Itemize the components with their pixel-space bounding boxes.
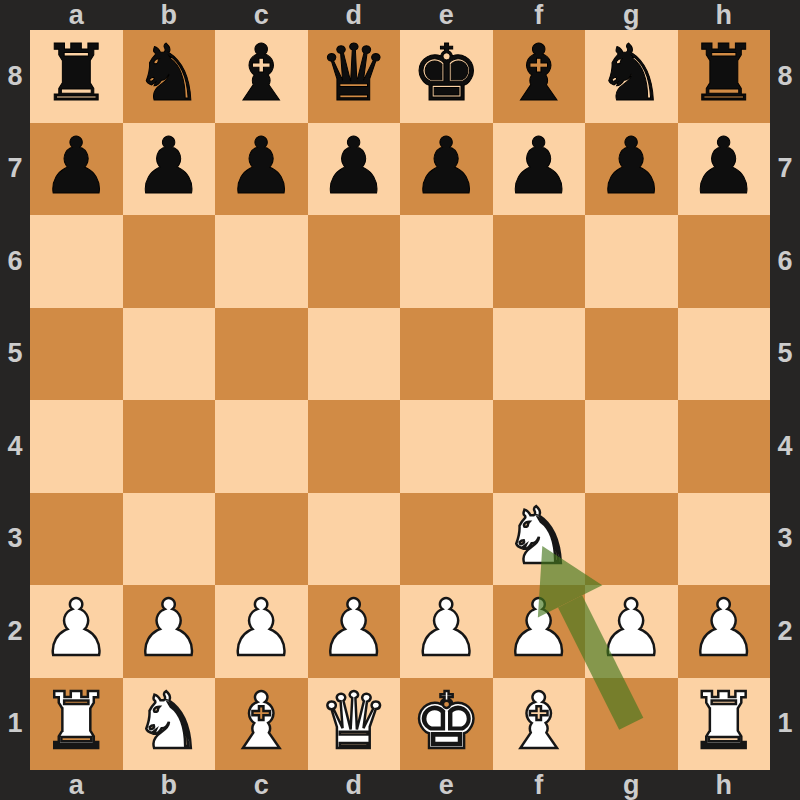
square-d2[interactable]: ♟ <box>308 585 401 678</box>
square-e3[interactable] <box>400 493 493 586</box>
square-g2[interactable]: ♟ <box>585 585 678 678</box>
square-h8[interactable]: ♜ <box>678 30 771 123</box>
square-a4[interactable] <box>30 400 123 493</box>
rank-label-8: 8 <box>770 30 800 123</box>
piece-white-queen[interactable]: ♛ <box>319 675 389 768</box>
rank-label-1: 1 <box>770 678 800 771</box>
square-a1[interactable]: ♜ <box>30 678 123 771</box>
file-label-d: d <box>308 0 401 30</box>
piece-black-pawn[interactable]: ♟ <box>134 120 204 213</box>
piece-black-pawn[interactable]: ♟ <box>319 120 389 213</box>
piece-white-knight[interactable]: ♞ <box>134 675 204 768</box>
square-f3[interactable]: ♞ <box>493 493 586 586</box>
piece-black-rook[interactable]: ♜ <box>41 27 111 120</box>
square-b4[interactable] <box>123 400 216 493</box>
rank-label-5: 5 <box>0 308 30 401</box>
square-f2[interactable]: ♟ <box>493 585 586 678</box>
file-label-b: b <box>123 0 216 30</box>
file-labels-bottom: abcdefgh <box>30 770 770 800</box>
square-b7[interactable]: ♟ <box>123 123 216 216</box>
square-a8[interactable]: ♜ <box>30 30 123 123</box>
piece-white-pawn[interactable]: ♟ <box>319 582 389 675</box>
file-label-a: a <box>30 0 123 30</box>
square-c1[interactable]: ♝ <box>215 678 308 771</box>
square-e1[interactable]: ♚ <box>400 678 493 771</box>
piece-white-bishop[interactable]: ♝ <box>504 675 574 768</box>
file-label-c: c <box>215 770 308 800</box>
file-label-g: g <box>585 0 678 30</box>
piece-black-pawn[interactable]: ♟ <box>226 120 296 213</box>
square-d8[interactable]: ♛ <box>308 30 401 123</box>
square-g4[interactable] <box>585 400 678 493</box>
square-a2[interactable]: ♟ <box>30 585 123 678</box>
piece-black-king[interactable]: ♚ <box>411 27 481 120</box>
square-h2[interactable]: ♟ <box>678 585 771 678</box>
piece-white-pawn[interactable]: ♟ <box>411 582 481 675</box>
rank-label-1: 1 <box>0 678 30 771</box>
square-f7[interactable]: ♟ <box>493 123 586 216</box>
rank-label-4: 4 <box>770 400 800 493</box>
piece-black-pawn[interactable]: ♟ <box>596 120 666 213</box>
piece-white-pawn[interactable]: ♟ <box>504 582 574 675</box>
square-c7[interactable]: ♟ <box>215 123 308 216</box>
rank-label-8: 8 <box>0 30 30 123</box>
square-g1[interactable] <box>585 678 678 771</box>
square-f6[interactable] <box>493 215 586 308</box>
square-f8[interactable]: ♝ <box>493 30 586 123</box>
square-c4[interactable] <box>215 400 308 493</box>
file-label-e: e <box>400 0 493 30</box>
piece-white-pawn[interactable]: ♟ <box>689 582 759 675</box>
piece-black-pawn[interactable]: ♟ <box>504 120 574 213</box>
square-a6[interactable] <box>30 215 123 308</box>
piece-white-rook[interactable]: ♜ <box>41 675 111 768</box>
square-c6[interactable] <box>215 215 308 308</box>
square-e2[interactable]: ♟ <box>400 585 493 678</box>
square-a5[interactable] <box>30 308 123 401</box>
square-b8[interactable]: ♞ <box>123 30 216 123</box>
square-c5[interactable] <box>215 308 308 401</box>
piece-black-knight[interactable]: ♞ <box>596 27 666 120</box>
file-label-a: a <box>30 770 123 800</box>
file-label-h: h <box>678 0 771 30</box>
file-labels-top: abcdefgh <box>30 0 770 30</box>
square-e4[interactable] <box>400 400 493 493</box>
square-d3[interactable] <box>308 493 401 586</box>
square-b3[interactable] <box>123 493 216 586</box>
piece-black-pawn[interactable]: ♟ <box>41 120 111 213</box>
square-g7[interactable]: ♟ <box>585 123 678 216</box>
square-h5[interactable] <box>678 308 771 401</box>
square-b2[interactable]: ♟ <box>123 585 216 678</box>
square-b1[interactable]: ♞ <box>123 678 216 771</box>
square-d4[interactable] <box>308 400 401 493</box>
rank-label-6: 6 <box>0 215 30 308</box>
rank-label-6: 6 <box>770 215 800 308</box>
piece-white-pawn[interactable]: ♟ <box>226 582 296 675</box>
square-c2[interactable]: ♟ <box>215 585 308 678</box>
file-label-c: c <box>215 0 308 30</box>
piece-black-bishop[interactable]: ♝ <box>226 27 296 120</box>
square-e7[interactable]: ♟ <box>400 123 493 216</box>
square-h4[interactable] <box>678 400 771 493</box>
square-a7[interactable]: ♟ <box>30 123 123 216</box>
square-f5[interactable] <box>493 308 586 401</box>
square-e6[interactable] <box>400 215 493 308</box>
square-e5[interactable] <box>400 308 493 401</box>
piece-black-pawn[interactable]: ♟ <box>689 120 759 213</box>
rank-label-7: 7 <box>0 123 30 216</box>
piece-white-knight[interactable]: ♞ <box>504 490 574 583</box>
rank-label-2: 2 <box>770 585 800 678</box>
chess-board-frame: abcdefgh abcdefgh 87654321 87654321 ♜♞♝♛… <box>0 0 800 800</box>
square-c3[interactable] <box>215 493 308 586</box>
square-f1[interactable]: ♝ <box>493 678 586 771</box>
square-h6[interactable] <box>678 215 771 308</box>
rank-label-5: 5 <box>770 308 800 401</box>
square-g6[interactable] <box>585 215 678 308</box>
piece-white-rook[interactable]: ♜ <box>689 675 759 768</box>
square-e8[interactable]: ♚ <box>400 30 493 123</box>
piece-white-bishop[interactable]: ♝ <box>226 675 296 768</box>
file-label-e: e <box>400 770 493 800</box>
rank-label-3: 3 <box>0 493 30 586</box>
piece-black-knight[interactable]: ♞ <box>134 27 204 120</box>
piece-black-queen[interactable]: ♛ <box>319 27 389 120</box>
square-f4[interactable] <box>493 400 586 493</box>
file-label-b: b <box>123 770 216 800</box>
file-label-g: g <box>585 770 678 800</box>
square-d1[interactable]: ♛ <box>308 678 401 771</box>
square-h7[interactable]: ♟ <box>678 123 771 216</box>
piece-black-pawn[interactable]: ♟ <box>411 120 481 213</box>
rank-label-3: 3 <box>770 493 800 586</box>
square-a3[interactable] <box>30 493 123 586</box>
piece-black-bishop[interactable]: ♝ <box>504 27 574 120</box>
square-d5[interactable] <box>308 308 401 401</box>
square-g8[interactable]: ♞ <box>585 30 678 123</box>
square-d6[interactable] <box>308 215 401 308</box>
square-b5[interactable] <box>123 308 216 401</box>
square-g5[interactable] <box>585 308 678 401</box>
rank-label-2: 2 <box>0 585 30 678</box>
piece-black-rook[interactable]: ♜ <box>689 27 759 120</box>
square-h1[interactable]: ♜ <box>678 678 771 771</box>
rank-label-4: 4 <box>0 400 30 493</box>
piece-white-pawn[interactable]: ♟ <box>134 582 204 675</box>
rank-labels-left: 87654321 <box>0 30 30 770</box>
piece-white-king[interactable]: ♚ <box>411 675 481 768</box>
piece-white-pawn[interactable]: ♟ <box>41 582 111 675</box>
chess-board: ♜♞♝♛♚♝♞♜♟♟♟♟♟♟♟♟♞♟♟♟♟♟♟♟♟♜♞♝♛♚♝♜ <box>30 30 770 770</box>
piece-white-pawn[interactable]: ♟ <box>596 582 666 675</box>
square-h3[interactable] <box>678 493 771 586</box>
square-c8[interactable]: ♝ <box>215 30 308 123</box>
file-label-h: h <box>678 770 771 800</box>
rank-labels-right: 87654321 <box>770 30 800 770</box>
file-label-d: d <box>308 770 401 800</box>
rank-label-7: 7 <box>770 123 800 216</box>
file-label-f: f <box>493 0 586 30</box>
file-label-f: f <box>493 770 586 800</box>
square-d7[interactable]: ♟ <box>308 123 401 216</box>
square-b6[interactable] <box>123 215 216 308</box>
square-g3[interactable] <box>585 493 678 586</box>
